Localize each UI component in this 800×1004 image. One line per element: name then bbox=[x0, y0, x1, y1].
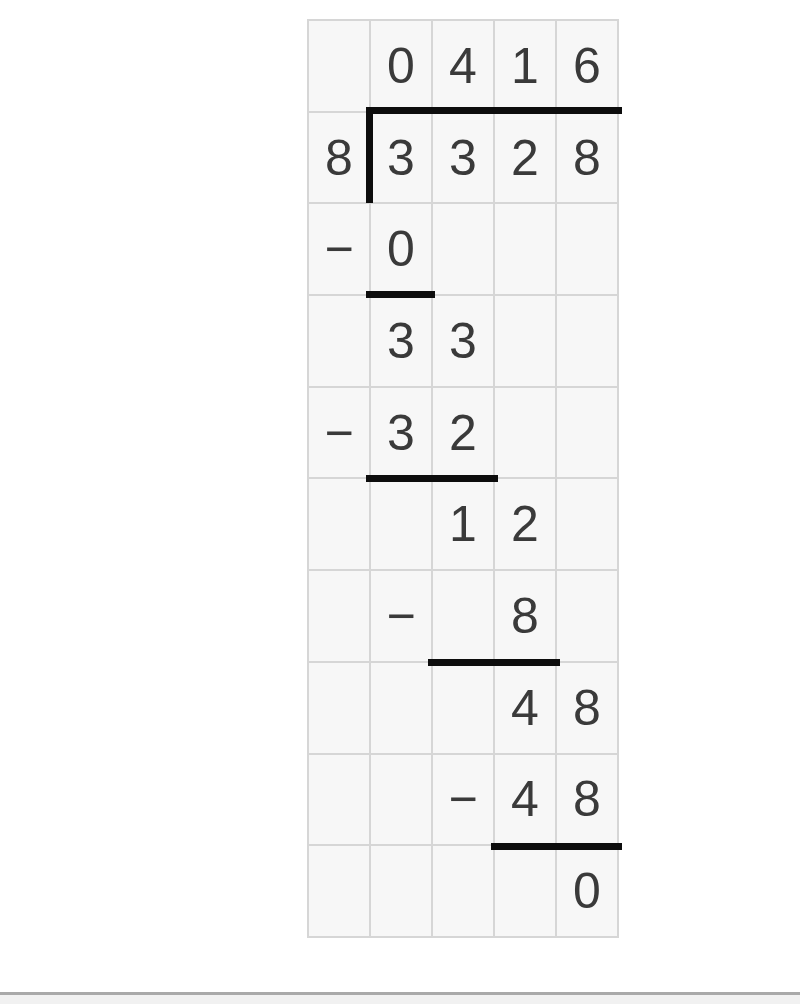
cell-r9-c4: 4 bbox=[495, 755, 555, 845]
cell-r7-c4: 8 bbox=[495, 571, 555, 661]
cell-r2-c1: 8 bbox=[309, 113, 369, 203]
cell-r1-c1 bbox=[309, 21, 369, 111]
cell-r7-c3 bbox=[433, 571, 493, 661]
cell-r4-c1 bbox=[309, 296, 369, 386]
cell-r9-c5: 8 bbox=[557, 755, 617, 845]
cell-r5-c5 bbox=[557, 388, 617, 478]
cell-r5-c2: 3 bbox=[371, 388, 431, 478]
cell-r4-c3: 3 bbox=[433, 296, 493, 386]
cell-r10-c5: 0 bbox=[557, 846, 617, 936]
cell-r3-c1: − bbox=[309, 204, 369, 294]
cell-r10-c1 bbox=[309, 846, 369, 936]
cell-r10-c2 bbox=[371, 846, 431, 936]
cell-r8-c5: 8 bbox=[557, 663, 617, 753]
cell-r2-c5: 8 bbox=[557, 113, 617, 203]
cell-r3-c3 bbox=[433, 204, 493, 294]
cell-r7-c1 bbox=[309, 571, 369, 661]
cell-r7-c2: − bbox=[371, 571, 431, 661]
cell-r9-c3: − bbox=[433, 755, 493, 845]
cell-r5-c3: 2 bbox=[433, 388, 493, 478]
cell-r2-c4: 2 bbox=[495, 113, 555, 203]
cell-r6-c4: 2 bbox=[495, 479, 555, 569]
cell-r1-c4: 1 bbox=[495, 21, 555, 111]
cell-r4-c5 bbox=[557, 296, 617, 386]
cell-r10-c3 bbox=[433, 846, 493, 936]
cell-r6-c1 bbox=[309, 479, 369, 569]
cell-r6-c5 bbox=[557, 479, 617, 569]
cell-r8-c1 bbox=[309, 663, 369, 753]
cell-r2-c3: 3 bbox=[433, 113, 493, 203]
division-grid: 041683328−033−3212−848−480 bbox=[307, 19, 619, 938]
long-division-board: 041683328−033−3212−848−480 bbox=[307, 19, 619, 938]
cell-r1-c2: 0 bbox=[371, 21, 431, 111]
cell-r3-c2: 0 bbox=[371, 204, 431, 294]
cell-r3-c5 bbox=[557, 204, 617, 294]
cell-r4-c2: 3 bbox=[371, 296, 431, 386]
bottom-separator bbox=[0, 992, 800, 1004]
cell-r3-c4 bbox=[495, 204, 555, 294]
cell-r8-c3 bbox=[433, 663, 493, 753]
cell-r1-c5: 6 bbox=[557, 21, 617, 111]
page: 041683328−033−3212−848−480 bbox=[0, 0, 800, 1004]
cell-r6-c2 bbox=[371, 479, 431, 569]
cell-r7-c5 bbox=[557, 571, 617, 661]
cell-r8-c4: 4 bbox=[495, 663, 555, 753]
cell-r5-c1: − bbox=[309, 388, 369, 478]
cell-r8-c2 bbox=[371, 663, 431, 753]
cell-r2-c2: 3 bbox=[371, 113, 431, 203]
cell-r9-c2 bbox=[371, 755, 431, 845]
bottom-separator-strip bbox=[0, 995, 800, 1004]
cell-r6-c3: 1 bbox=[433, 479, 493, 569]
cell-r1-c3: 4 bbox=[433, 21, 493, 111]
cell-r4-c4 bbox=[495, 296, 555, 386]
cell-r5-c4 bbox=[495, 388, 555, 478]
cell-r9-c1 bbox=[309, 755, 369, 845]
cell-r10-c4 bbox=[495, 846, 555, 936]
